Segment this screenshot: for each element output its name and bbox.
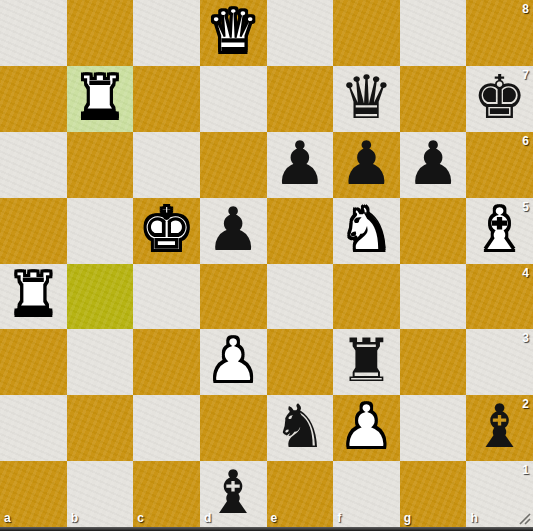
board-resize-handle-icon[interactable] (518, 512, 531, 525)
square-d6[interactable] (200, 132, 267, 198)
piece-white-bishop[interactable]: ♝ (473, 199, 527, 259)
piece-black-pawn[interactable]: ♟ (340, 133, 394, 193)
piece-white-rook[interactable]: ♜ (73, 67, 127, 127)
square-a2[interactable] (0, 395, 67, 461)
square-h8[interactable]: 8 (466, 0, 533, 66)
square-c7[interactable] (133, 66, 200, 132)
rank-label-4: 4 (522, 266, 529, 280)
square-h5[interactable]: ♝5 (466, 198, 533, 264)
square-d2[interactable] (200, 395, 267, 461)
square-d3[interactable]: ♟ (200, 329, 267, 395)
square-c4[interactable] (133, 264, 200, 330)
square-g8[interactable] (400, 0, 467, 66)
square-h6[interactable]: 6 (466, 132, 533, 198)
piece-white-pawn[interactable]: ♟ (340, 396, 394, 456)
page-background-strip (0, 527, 533, 531)
square-e2[interactable]: ♞ (267, 395, 334, 461)
square-f3[interactable]: ♜ (333, 329, 400, 395)
square-g2[interactable] (400, 395, 467, 461)
square-b5[interactable] (67, 198, 134, 264)
square-d7[interactable] (200, 66, 267, 132)
file-label-c: c (137, 511, 144, 525)
square-f8[interactable] (333, 0, 400, 66)
square-g6[interactable]: ♟ (400, 132, 467, 198)
square-c3[interactable] (133, 329, 200, 395)
square-b4[interactable] (67, 264, 134, 330)
square-b8[interactable] (67, 0, 134, 66)
square-b1[interactable]: b (67, 461, 134, 527)
file-label-a: a (4, 511, 11, 525)
square-b2[interactable] (67, 395, 134, 461)
square-a6[interactable] (0, 132, 67, 198)
piece-black-king[interactable]: ♚ (473, 67, 527, 127)
square-b3[interactable] (67, 329, 134, 395)
piece-black-pawn[interactable]: ♟ (406, 133, 460, 193)
square-b6[interactable] (67, 132, 134, 198)
square-e4[interactable] (267, 264, 334, 330)
square-f5[interactable]: ♞ (333, 198, 400, 264)
square-a3[interactable] (0, 329, 67, 395)
piece-black-queen[interactable]: ♛ (340, 67, 394, 127)
square-a8[interactable] (0, 0, 67, 66)
square-c5[interactable]: ♚ (133, 198, 200, 264)
square-e5[interactable] (267, 198, 334, 264)
square-b7[interactable]: ♜ (67, 66, 134, 132)
square-h7[interactable]: ♚7 (466, 66, 533, 132)
square-e7[interactable] (267, 66, 334, 132)
square-a5[interactable] (0, 198, 67, 264)
square-a4[interactable]: ♜ (0, 264, 67, 330)
piece-black-knight[interactable]: ♞ (273, 396, 327, 456)
piece-white-queen[interactable]: ♛ (206, 1, 260, 61)
square-c6[interactable] (133, 132, 200, 198)
square-d1[interactable]: ♝d (200, 461, 267, 527)
square-f2[interactable]: ♟ (333, 395, 400, 461)
square-e1[interactable]: e (267, 461, 334, 527)
piece-white-knight[interactable]: ♞ (340, 199, 394, 259)
square-g5[interactable] (400, 198, 467, 264)
piece-black-bishop[interactable]: ♝ (473, 396, 527, 456)
square-c2[interactable] (133, 395, 200, 461)
square-f4[interactable] (333, 264, 400, 330)
piece-black-bishop[interactable]: ♝ (206, 462, 260, 522)
square-h2[interactable]: ♝2 (466, 395, 533, 461)
square-e6[interactable]: ♟ (267, 132, 334, 198)
chess-board-frame: ♛8♜♛♚7♟♟♟6♚♟♞♝5♜4♟♜3♞♟♝2abc♝defg1h (0, 0, 533, 531)
piece-white-pawn[interactable]: ♟ (206, 330, 260, 390)
square-g1[interactable]: g (400, 461, 467, 527)
piece-black-pawn[interactable]: ♟ (206, 199, 260, 259)
square-e3[interactable] (267, 329, 334, 395)
square-d8[interactable]: ♛ (200, 0, 267, 66)
file-label-g: g (404, 511, 411, 525)
square-c1[interactable]: c (133, 461, 200, 527)
rank-label-8: 8 (522, 2, 529, 16)
rank-label-3: 3 (522, 331, 529, 345)
square-e8[interactable] (267, 0, 334, 66)
square-f6[interactable]: ♟ (333, 132, 400, 198)
piece-white-rook[interactable]: ♜ (6, 264, 60, 324)
square-d5[interactable]: ♟ (200, 198, 267, 264)
file-label-b: b (71, 511, 78, 525)
file-label-h: h (470, 511, 477, 525)
piece-black-pawn[interactable]: ♟ (273, 133, 327, 193)
file-label-e: e (271, 511, 278, 525)
square-h4[interactable]: 4 (466, 264, 533, 330)
piece-black-rook[interactable]: ♜ (340, 330, 394, 390)
piece-white-king[interactable]: ♚ (140, 199, 194, 259)
square-g3[interactable] (400, 329, 467, 395)
square-g4[interactable] (400, 264, 467, 330)
square-g7[interactable] (400, 66, 467, 132)
square-a7[interactable] (0, 66, 67, 132)
square-f1[interactable]: f (333, 461, 400, 527)
square-f7[interactable]: ♛ (333, 66, 400, 132)
rank-label-6: 6 (522, 134, 529, 148)
chess-board[interactable]: ♛8♜♛♚7♟♟♟6♚♟♞♝5♜4♟♜3♞♟♝2abc♝defg1h (0, 0, 533, 527)
square-d4[interactable] (200, 264, 267, 330)
file-label-f: f (337, 511, 341, 525)
square-h3[interactable]: 3 (466, 329, 533, 395)
square-c8[interactable] (133, 0, 200, 66)
square-a1[interactable]: a (0, 461, 67, 527)
rank-label-1: 1 (522, 463, 529, 477)
